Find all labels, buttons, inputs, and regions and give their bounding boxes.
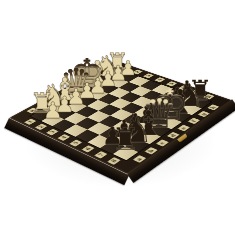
coord-8-right: 8 [203, 94, 215, 100]
coord-f-near: f [187, 118, 199, 125]
board-frame: abcdefgh abcdefgh 12345678 12345678 [9, 61, 232, 175]
coord-8-left: 8 [107, 157, 121, 165]
product-photo-stage: abcdefgh abcdefgh 12345678 12345678 ♜♟♞♟… [0, 0, 235, 235]
coord-e-near: e [177, 125, 190, 132]
coord-b-near: b [144, 147, 157, 154]
coord-g-near: g [197, 111, 209, 117]
coord-c-near: c [155, 139, 168, 146]
coord-d-near: d [166, 132, 179, 139]
coord-a-near: a [132, 155, 146, 163]
coord-7-right: 7 [190, 89, 201, 95]
chessboard-3d: abcdefgh abcdefgh 12345678 12345678 [0, 0, 235, 235]
board-grid [31, 69, 211, 160]
coord-h-near: h [207, 104, 219, 110]
